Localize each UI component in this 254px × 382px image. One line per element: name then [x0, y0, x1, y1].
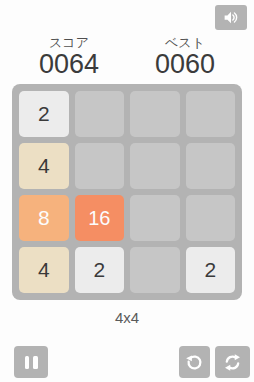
best-block: ベスト 0060: [146, 36, 224, 78]
pause-icon: [25, 356, 38, 369]
score-panel: スコア 0064 ベスト 0060: [0, 36, 254, 78]
score-label: スコア: [30, 36, 108, 50]
restart-button[interactable]: [215, 346, 250, 378]
control-bar: [14, 346, 250, 378]
board-4x4[interactable]: 24816422: [12, 84, 242, 300]
tile-4: 4: [19, 143, 69, 189]
empty-cell: [130, 91, 180, 137]
tile-4: 4: [19, 247, 69, 293]
speaker-volume-icon: [221, 9, 241, 26]
empty-cell: [75, 143, 125, 189]
score-value: 0064: [30, 50, 108, 78]
best-value: 0060: [146, 50, 224, 78]
best-label: ベスト: [146, 36, 224, 50]
empty-cell: [130, 247, 180, 293]
game-screen: スコア 0064 ベスト 0060 24816422 4x4: [0, 0, 254, 382]
tile-2: 2: [19, 91, 69, 137]
empty-cell: [186, 195, 236, 241]
empty-cell: [186, 143, 236, 189]
tile-2: 2: [186, 247, 236, 293]
pause-button[interactable]: [14, 346, 48, 378]
empty-cell: [130, 143, 180, 189]
tile-2: 2: [75, 247, 125, 293]
undo-button[interactable]: [179, 346, 210, 378]
restart-arrows-icon: [222, 352, 243, 373]
sound-button[interactable]: [215, 5, 247, 30]
empty-cell: [130, 195, 180, 241]
empty-cell: [75, 91, 125, 137]
tile-16: 16: [75, 195, 125, 241]
grid-size-label: 4x4: [0, 309, 254, 326]
score-block: スコア 0064: [30, 36, 108, 78]
empty-cell: [186, 91, 236, 137]
tile-8: 8: [19, 195, 69, 241]
undo-arrow-icon: [184, 352, 205, 373]
